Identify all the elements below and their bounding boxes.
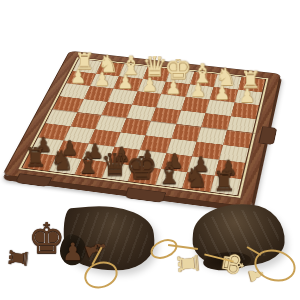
square-r7c2: [75, 159, 108, 178]
square-r5c5: [166, 138, 197, 156]
square-r3c7: [227, 116, 256, 133]
board-foot-left: [15, 173, 53, 187]
board-foot-front: [124, 187, 166, 203]
square-r4c7: [223, 130, 253, 148]
square-r5c2: [89, 129, 121, 147]
square-r3c5: [176, 110, 206, 127]
square-r6c0: [30, 137, 63, 155]
product-photo-scene: ♜︎♞︎♝︎♛︎♚︎♝︎♞︎♜︎♟︎♟︎♟︎♟︎♟︎♟︎♟︎♟︎♟︎♟︎♟︎♟︎…: [0, 0, 300, 300]
square-r7c7: [210, 175, 242, 195]
square-r4c3: [120, 118, 151, 135]
board-frame: ♜︎♞︎♝︎♛︎♚︎♝︎♞︎♜︎♟︎♟︎♟︎♟︎♟︎♟︎♟︎♟︎♟︎♟︎♟︎♟︎…: [2, 51, 281, 208]
square-r5c1: [63, 126, 95, 144]
square-r2c5: [181, 97, 210, 113]
chess-board-squares: ♜︎♞︎♝︎♛︎♚︎♝︎♞︎♜︎♟︎♟︎♟︎♟︎♟︎♟︎♟︎♟︎♟︎♟︎♟︎♟︎…: [22, 59, 265, 195]
square-r2c2: [108, 89, 138, 105]
square-r3c3: [126, 104, 156, 121]
board-clasp: [258, 126, 277, 145]
chess-board-3d: ♜︎♞︎♝︎♛︎♚︎♝︎♞︎♜︎♟︎♟︎♟︎♟︎♟︎♟︎♟︎♟︎♟︎♟︎♟︎♟︎…: [2, 51, 281, 208]
spilled-piece-black-rook: ♜︎: [6, 246, 32, 270]
square-r0c6: [214, 74, 242, 89]
square-r2c7: [231, 102, 259, 118]
square-r4c1: [70, 112, 101, 129]
